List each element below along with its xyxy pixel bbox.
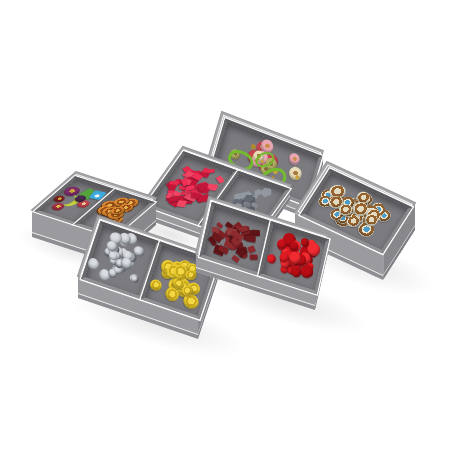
piece-chunk (175, 178, 184, 184)
piece-chunk (214, 244, 226, 257)
piece-disc (281, 254, 292, 266)
piece-chunk (199, 172, 209, 178)
piece-silver (105, 240, 118, 253)
piece-rings (334, 211, 351, 226)
piece-stone (238, 191, 251, 200)
piece-disc (276, 237, 289, 251)
piece-art (253, 149, 265, 162)
piece-silver (86, 256, 102, 272)
piece-coin (167, 259, 187, 279)
piece-silver (108, 256, 119, 266)
piece-dot (256, 157, 260, 161)
piece-rings (327, 184, 346, 200)
piece-coin (148, 278, 164, 294)
piece-disc (285, 252, 302, 270)
piece-chunk (166, 180, 177, 189)
piece-chunk (224, 240, 236, 251)
piece-chunk (244, 230, 255, 240)
piece-silver (119, 238, 129, 248)
piece-chunk (240, 251, 248, 258)
piece-chunk (239, 251, 247, 258)
piece-silver (108, 243, 122, 257)
piece-rings (363, 206, 383, 224)
piece-art (230, 148, 241, 160)
piece-silver (103, 246, 114, 257)
piece-disc (284, 242, 301, 260)
piece-chunk (227, 231, 236, 237)
piece-silver (118, 256, 134, 272)
piece-chunk (240, 225, 249, 235)
piece-chunk (230, 237, 240, 247)
piece-chunk (183, 191, 193, 199)
piece-coin (174, 278, 190, 294)
piece-chunk (176, 200, 187, 207)
piece-silver (123, 231, 139, 247)
piece-chunk (239, 226, 248, 233)
piece-chunk (227, 227, 240, 239)
piece-art (260, 163, 272, 176)
piece-stone (243, 200, 251, 207)
piece-chunk (236, 238, 243, 244)
piece-chunk (227, 236, 241, 250)
piece-silver (109, 255, 124, 269)
piece-rings (98, 205, 120, 217)
piece-silver (124, 252, 137, 264)
piece-chunk (225, 222, 233, 230)
piece-art (248, 154, 263, 170)
piece-rings (359, 213, 376, 228)
piece-silver (109, 245, 125, 261)
piece-chunk (227, 241, 236, 250)
piece-chunk (229, 237, 238, 245)
piece-art (245, 146, 264, 166)
piece-coin (177, 267, 191, 280)
piece-disc (281, 256, 292, 268)
piece-coin (181, 291, 202, 312)
piece-disc (307, 248, 318, 259)
piece-disc (289, 249, 297, 258)
piece-disc (298, 244, 314, 260)
piece-chunk (206, 183, 217, 190)
piece-disc (265, 253, 277, 265)
piece-rings (358, 202, 378, 220)
piece-art (287, 164, 303, 182)
piece-disc (289, 238, 303, 252)
piece-silver (106, 244, 118, 255)
photo-stage: ◆ (0, 0, 458, 458)
piece-disc (288, 248, 303, 264)
piece-rings (349, 199, 370, 218)
piece-chunk (216, 222, 224, 230)
piece-silver (134, 246, 146, 257)
piece-disc (307, 243, 321, 256)
piece-stone (243, 194, 257, 204)
piece-disc (282, 241, 296, 255)
piece-chunk (206, 169, 214, 173)
piece-disc (307, 239, 316, 249)
piece-chunk (184, 171, 197, 181)
piece-art (61, 186, 82, 197)
piece-disc (277, 239, 287, 250)
piece-chunk (180, 191, 190, 197)
piece-stone (245, 194, 258, 205)
piece-chunk (171, 192, 184, 202)
piece-chunk (252, 229, 260, 235)
piece-chunk (166, 193, 173, 198)
piece-rings (332, 209, 354, 230)
piece-chunk (189, 171, 198, 177)
piece-chunk (190, 188, 201, 198)
piece-disc (289, 251, 302, 265)
piece-rings (110, 207, 125, 216)
piece-chunk (166, 193, 178, 200)
piece-art (75, 199, 92, 209)
piece-chunk (245, 235, 255, 243)
piece-chunk (170, 195, 179, 202)
piece-coin (170, 276, 186, 292)
piece-silver (111, 251, 122, 261)
piece-rings (98, 199, 121, 211)
piece-disc (293, 252, 308, 268)
piece-rings (341, 195, 363, 215)
piece-stone (240, 198, 253, 207)
piece-disc (292, 253, 305, 266)
piece-disc (281, 236, 297, 252)
piece-coin (178, 260, 190, 271)
piece-disc (279, 253, 294, 268)
piece-chunk (231, 239, 239, 246)
piece-chunk (243, 233, 251, 240)
piece-rings (332, 194, 353, 211)
piece-chunk (182, 169, 198, 182)
piece-disc (289, 258, 301, 271)
piece-chunk (195, 184, 206, 193)
piece-rings (316, 194, 334, 209)
piece-disc (299, 251, 312, 265)
piece-rings (377, 210, 391, 223)
piece-dot (294, 174, 299, 179)
piece-chunk (197, 191, 204, 197)
piece-rings (120, 198, 142, 209)
piece-chunk (224, 229, 236, 240)
piece-art (265, 157, 277, 171)
piece-silver (117, 247, 130, 260)
piece-chunk (167, 199, 179, 208)
piece-rings (338, 195, 362, 217)
piece-tile (78, 188, 98, 200)
piece-chunk (180, 178, 188, 186)
piece-art (51, 194, 66, 203)
piece-coin (181, 284, 195, 297)
piece-art (263, 153, 278, 170)
piece-silver (117, 231, 133, 247)
piece-chunk (212, 227, 220, 235)
piece-chunk (182, 165, 192, 174)
piece-stone (258, 185, 274, 198)
piece-coin (175, 282, 193, 300)
piece-coin (158, 257, 179, 278)
piece-silver (121, 249, 134, 262)
piece-rings (112, 198, 130, 207)
piece-rings (337, 201, 359, 221)
piece-chunk (194, 191, 201, 196)
piece-disc (280, 249, 292, 261)
piece-disc (280, 258, 290, 268)
piece-chunk (229, 236, 237, 245)
piece-chunk (195, 170, 204, 178)
piece-chunk (216, 229, 226, 240)
piece-chunk (190, 192, 201, 199)
piece-disc (283, 249, 294, 260)
piece-rings (354, 189, 372, 205)
piece-disc (304, 261, 315, 273)
piece-disc (72, 194, 87, 203)
piece-disc (279, 252, 288, 262)
piece-disc (280, 265, 288, 274)
piece-chunk (169, 180, 178, 185)
piece-rings (354, 197, 369, 209)
piece-chunk (247, 246, 255, 254)
piece-rings (105, 210, 125, 220)
piece-chunk (229, 240, 239, 249)
piece-coin (167, 278, 185, 296)
piece-stone (241, 190, 254, 199)
piece-chunk (231, 226, 239, 235)
piece-chunk (187, 182, 198, 190)
piece-stone (242, 193, 256, 204)
piece-coin (159, 265, 174, 280)
piece-chunk (181, 198, 192, 204)
piece-chunk (235, 242, 243, 249)
piece-silver (110, 232, 123, 244)
piece-chunk (231, 225, 240, 234)
piece-coin (185, 280, 203, 298)
piece-coin (171, 263, 189, 280)
piece-chunk (168, 184, 177, 190)
piece-dot (273, 168, 279, 174)
piece-chunk (179, 195, 191, 205)
piece-chunk (250, 254, 258, 259)
piece-coin (169, 264, 184, 278)
piece-rings (336, 202, 355, 218)
piece-chunk (231, 239, 238, 245)
piece-rings (361, 205, 379, 220)
piece-stone (233, 193, 244, 200)
piece-chunk (228, 232, 236, 240)
piece-disc (287, 264, 298, 275)
piece-chunk (238, 234, 246, 240)
piece-chunk (185, 188, 194, 194)
piece-rings (355, 193, 373, 207)
piece-chunk (226, 230, 236, 236)
piece-chunk (165, 195, 176, 202)
piece-art (252, 148, 270, 166)
piece-rings (330, 209, 345, 220)
piece-chunk (173, 179, 182, 185)
piece-silver (107, 250, 119, 262)
piece-chunk (186, 183, 196, 190)
piece-rings (355, 219, 377, 239)
piece-chunk (201, 182, 210, 191)
piece-stone (237, 192, 248, 199)
piece-chunk (186, 189, 199, 200)
piece-chunk (184, 186, 197, 194)
piece-silver (114, 264, 125, 275)
piece-silver (129, 273, 139, 283)
piece-dot (250, 144, 256, 151)
piece-art (287, 151, 302, 167)
piece-chunk (198, 184, 208, 192)
piece-rings (359, 194, 373, 205)
piece-disc (285, 264, 296, 275)
piece-chunk (195, 184, 205, 190)
piece-coin (171, 274, 190, 293)
piece-disc (288, 240, 299, 252)
piece-disc (290, 266, 302, 278)
piece-coin (169, 265, 180, 276)
piece-chunk (184, 178, 196, 187)
piece-silver (130, 275, 139, 284)
piece-rings (99, 206, 121, 218)
piece-coin (168, 277, 183, 291)
piece-chunk (182, 179, 190, 186)
piece-chunk (231, 238, 238, 242)
piece-stone (247, 192, 260, 201)
piece-rings (363, 212, 380, 228)
piece-chunk (183, 182, 195, 190)
piece-chunk (172, 190, 181, 197)
piece-chunk (215, 175, 224, 183)
piece-chunk (192, 173, 204, 182)
piece-disc (280, 247, 291, 258)
piece-chunk (208, 236, 217, 246)
piece-chunk (187, 185, 195, 191)
piece-chunk (235, 247, 245, 257)
piece-rings (114, 199, 133, 210)
piece-dot (260, 159, 265, 164)
piece-rings (328, 196, 344, 209)
piece-chunk (247, 230, 254, 236)
piece-chunk (238, 246, 248, 254)
piece-stone (253, 189, 263, 196)
piece-disc (300, 264, 314, 278)
piece-disc (284, 254, 292, 263)
piece-chunk (227, 227, 237, 236)
piece-chunk (240, 226, 250, 235)
piece-stone (241, 190, 254, 198)
piece-rings (340, 197, 355, 210)
piece-chunk (233, 222, 244, 234)
piece-chunk (181, 178, 192, 185)
piece-disc (282, 244, 296, 259)
piece-disc (283, 233, 296, 246)
piece-squiggle (253, 150, 276, 169)
piece-chunk (194, 193, 207, 203)
piece-chunk (186, 192, 195, 198)
piece-rings (118, 203, 135, 213)
piece-disc (285, 254, 300, 269)
piece-chunk (195, 182, 208, 192)
piece-coin (175, 278, 192, 294)
piece-disc (283, 250, 294, 261)
piece-rings (337, 197, 359, 215)
piece-art (257, 156, 274, 174)
piece-rings (346, 214, 362, 228)
piece-chunk (201, 187, 210, 193)
piece-chunk (224, 232, 235, 242)
piece-silver (113, 257, 124, 268)
piece-rings (349, 211, 365, 224)
piece-chunk (186, 194, 198, 202)
piece-silver (110, 264, 122, 275)
piece-disc (302, 254, 314, 266)
piece-chunk (232, 254, 241, 263)
piece-rings (320, 189, 336, 202)
piece-chunk (226, 228, 236, 238)
piece-chunk (183, 181, 194, 189)
piece-chunk (201, 167, 213, 176)
piece-disc (283, 239, 295, 251)
piece-chunk (168, 188, 178, 198)
piece-chunk (231, 230, 242, 240)
piece-stone (247, 190, 257, 198)
piece-stone (233, 193, 243, 200)
piece-rings (368, 200, 388, 218)
piece-chunk (183, 194, 192, 200)
piece-chunk (183, 194, 192, 201)
piece-chunk (218, 245, 230, 255)
piece-rings (102, 205, 123, 219)
piece-coin (171, 274, 189, 291)
piece-disc (300, 237, 310, 247)
piece-chunk (211, 232, 223, 244)
piece-coin (163, 285, 181, 304)
piece-chunk (200, 181, 210, 189)
piece-rings (93, 204, 116, 217)
piece-silver (123, 256, 136, 269)
piece-art (255, 141, 268, 156)
piece-chunk (184, 176, 199, 187)
piece-chunk (178, 186, 186, 190)
piece-art (258, 137, 276, 156)
piece-silver (113, 261, 126, 274)
piece-silver (106, 267, 119, 279)
piece-coin (165, 263, 184, 281)
piece-moon (58, 193, 83, 208)
piece-art (50, 202, 67, 212)
piece-silver (96, 267, 112, 283)
